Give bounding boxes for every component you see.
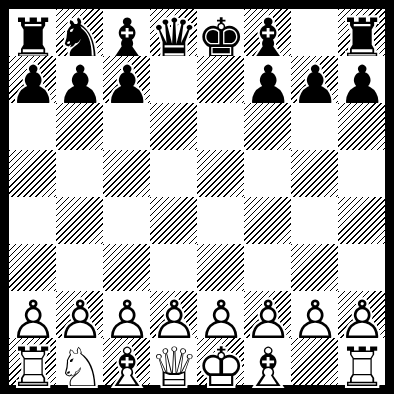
piece-halo: ♝ — [103, 341, 151, 394]
square-d4[interactable] — [150, 197, 197, 244]
square-h2[interactable]: ♟♙ — [338, 291, 385, 338]
square-a7[interactable]: ♟♟ — [9, 56, 56, 103]
piece-white-pawn: ♟♙ — [56, 291, 103, 338]
square-g6[interactable] — [291, 103, 338, 150]
square-d8[interactable]: ♛♛ — [150, 9, 197, 56]
piece-black-pawn: ♟♟ — [9, 56, 56, 103]
piece-black-pawn: ♟♟ — [291, 56, 338, 103]
square-e2[interactable]: ♟♙ — [197, 291, 244, 338]
piece-white-bishop: ♝♗ — [103, 338, 150, 385]
square-d3[interactable] — [150, 244, 197, 291]
square-g8[interactable] — [291, 9, 338, 56]
square-e5[interactable] — [197, 150, 244, 197]
square-h7[interactable]: ♟♟ — [338, 56, 385, 103]
square-f7[interactable]: ♟♟ — [244, 56, 291, 103]
piece-white-rook: ♜♖ — [9, 338, 56, 385]
square-d1[interactable]: ♛♕ — [150, 338, 197, 385]
piece-glyph: ♖ — [338, 341, 386, 394]
square-e8[interactable]: ♚♚ — [197, 9, 244, 56]
square-e6[interactable] — [197, 103, 244, 150]
piece-glyph: ♗ — [244, 341, 292, 394]
piece-halo: ♜ — [338, 341, 386, 394]
square-g7[interactable]: ♟♟ — [291, 56, 338, 103]
square-h1[interactable]: ♜♖ — [338, 338, 385, 385]
piece-halo: ♚ — [197, 341, 245, 394]
square-a8[interactable]: ♜♜ — [9, 9, 56, 56]
piece-white-king: ♚♔ — [197, 338, 244, 385]
square-f5[interactable] — [244, 150, 291, 197]
square-b2[interactable]: ♟♙ — [56, 291, 103, 338]
square-c7[interactable]: ♟♟ — [103, 56, 150, 103]
piece-white-pawn: ♟♙ — [103, 291, 150, 338]
square-c5[interactable] — [103, 150, 150, 197]
piece-black-rook: ♜♜ — [338, 9, 385, 56]
piece-black-pawn: ♟♟ — [338, 56, 385, 103]
square-h4[interactable] — [338, 197, 385, 244]
square-b8[interactable]: ♞♞ — [56, 9, 103, 56]
chess-board: ♜♜♞♞♝♝♛♛♚♚♝♝♜♜♟♟♟♟♟♟♟♟♟♟♟♟♟♙♟♙♟♙♟♙♟♙♟♙♟♙… — [0, 0, 394, 394]
square-a1[interactable]: ♜♖ — [9, 338, 56, 385]
square-h3[interactable] — [338, 244, 385, 291]
piece-glyph: ♕ — [150, 341, 198, 394]
piece-halo: ♜ — [9, 341, 57, 394]
square-c3[interactable] — [103, 244, 150, 291]
piece-halo: ♝ — [244, 341, 292, 394]
piece-white-pawn: ♟♙ — [338, 291, 385, 338]
square-g2[interactable]: ♟♙ — [291, 291, 338, 338]
piece-black-pawn: ♟♟ — [56, 56, 103, 103]
piece-halo: ♞ — [56, 341, 104, 394]
square-e7[interactable] — [197, 56, 244, 103]
square-f8[interactable]: ♝♝ — [244, 9, 291, 56]
piece-black-bishop: ♝♝ — [244, 9, 291, 56]
square-g4[interactable] — [291, 197, 338, 244]
square-d6[interactable] — [150, 103, 197, 150]
piece-white-pawn: ♟♙ — [291, 291, 338, 338]
piece-glyph: ♗ — [103, 341, 151, 394]
piece-white-pawn: ♟♙ — [9, 291, 56, 338]
square-c4[interactable] — [103, 197, 150, 244]
piece-black-queen: ♛♛ — [150, 9, 197, 56]
square-d7[interactable] — [150, 56, 197, 103]
piece-white-pawn: ♟♙ — [244, 291, 291, 338]
piece-white-knight: ♞♘ — [56, 338, 103, 385]
square-d2[interactable]: ♟♙ — [150, 291, 197, 338]
piece-white-bishop: ♝♗ — [244, 338, 291, 385]
piece-white-pawn: ♟♙ — [197, 291, 244, 338]
piece-glyph: ♘ — [56, 341, 104, 394]
square-a3[interactable] — [9, 244, 56, 291]
square-b4[interactable] — [56, 197, 103, 244]
square-g5[interactable] — [291, 150, 338, 197]
piece-halo: ♛ — [150, 341, 198, 394]
square-h6[interactable] — [338, 103, 385, 150]
piece-glyph: ♔ — [197, 341, 245, 394]
square-d5[interactable] — [150, 150, 197, 197]
square-f3[interactable] — [244, 244, 291, 291]
square-a4[interactable] — [9, 197, 56, 244]
square-f4[interactable] — [244, 197, 291, 244]
piece-white-queen: ♛♕ — [150, 338, 197, 385]
square-e1[interactable]: ♚♔ — [197, 338, 244, 385]
square-f6[interactable] — [244, 103, 291, 150]
square-a2[interactable]: ♟♙ — [9, 291, 56, 338]
square-f1[interactable]: ♝♗ — [244, 338, 291, 385]
square-b5[interactable] — [56, 150, 103, 197]
piece-black-bishop: ♝♝ — [103, 9, 150, 56]
piece-black-pawn: ♟♟ — [244, 56, 291, 103]
piece-white-rook: ♜♖ — [338, 338, 385, 385]
square-e4[interactable] — [197, 197, 244, 244]
square-b1[interactable]: ♞♘ — [56, 338, 103, 385]
square-a6[interactable] — [9, 103, 56, 150]
square-f2[interactable]: ♟♙ — [244, 291, 291, 338]
square-b3[interactable] — [56, 244, 103, 291]
square-a5[interactable] — [9, 150, 56, 197]
piece-black-knight: ♞♞ — [56, 9, 103, 56]
piece-white-pawn: ♟♙ — [150, 291, 197, 338]
square-c6[interactable] — [103, 103, 150, 150]
square-c2[interactable]: ♟♙ — [103, 291, 150, 338]
square-b7[interactable]: ♟♟ — [56, 56, 103, 103]
square-g1[interactable] — [291, 338, 338, 385]
square-c8[interactable]: ♝♝ — [103, 9, 150, 56]
piece-glyph: ♖ — [9, 341, 57, 394]
square-e3[interactable] — [197, 244, 244, 291]
piece-black-pawn: ♟♟ — [103, 56, 150, 103]
piece-black-rook: ♜♜ — [9, 9, 56, 56]
square-h5[interactable] — [338, 150, 385, 197]
square-h8[interactable]: ♜♜ — [338, 9, 385, 56]
square-c1[interactable]: ♝♗ — [103, 338, 150, 385]
square-b6[interactable] — [56, 103, 103, 150]
piece-black-king: ♚♚ — [197, 9, 244, 56]
square-g3[interactable] — [291, 244, 338, 291]
